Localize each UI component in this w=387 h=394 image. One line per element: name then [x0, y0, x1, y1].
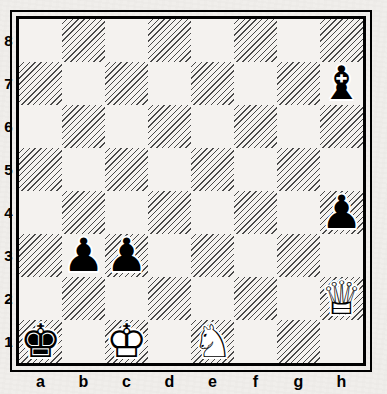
black-bishop: ♝♝ [320, 62, 363, 105]
square-a3[interactable] [19, 234, 62, 277]
black-pawn: ♟♟ [62, 234, 105, 277]
square-d6[interactable] [148, 105, 191, 148]
square-b7[interactable] [62, 62, 105, 105]
square-a6[interactable] [19, 105, 62, 148]
square-f8[interactable] [234, 19, 277, 62]
square-e5[interactable] [191, 148, 234, 191]
square-b5[interactable] [62, 148, 105, 191]
square-d2[interactable] [148, 277, 191, 320]
square-e8[interactable] [191, 19, 234, 62]
square-g1[interactable] [277, 320, 320, 363]
black-pawn: ♟♟ [105, 234, 148, 277]
square-g8[interactable] [277, 19, 320, 62]
square-f3[interactable] [234, 234, 277, 277]
file-label-b: b [62, 371, 105, 393]
square-d7[interactable] [148, 62, 191, 105]
file-label-a: a [19, 371, 62, 393]
square-f4[interactable] [234, 191, 277, 234]
square-f1[interactable] [234, 320, 277, 363]
board-grid: ♝♝♟♟♟♟♟♟♛♕♚♚♚♔♞♘ [19, 19, 363, 363]
square-a4[interactable] [19, 191, 62, 234]
square-h1[interactable] [320, 320, 363, 363]
square-c7[interactable] [105, 62, 148, 105]
chess-board: ♝♝♟♟♟♟♟♟♛♕♚♚♚♔♞♘ [10, 10, 372, 372]
square-g2[interactable] [277, 277, 320, 320]
square-b2[interactable] [62, 277, 105, 320]
white-king: ♚♔ [105, 320, 148, 363]
square-d4[interactable] [148, 191, 191, 234]
square-a5[interactable] [19, 148, 62, 191]
square-h4[interactable]: ♟♟ [320, 191, 363, 234]
file-label-g: g [277, 371, 320, 393]
square-d1[interactable] [148, 320, 191, 363]
square-e6[interactable] [191, 105, 234, 148]
square-b1[interactable] [62, 320, 105, 363]
white-knight: ♞♘ [191, 320, 234, 363]
square-b3[interactable]: ♟♟ [62, 234, 105, 277]
chess-diagram-page: { "game": "chess", "position": { "fen": … [0, 0, 387, 394]
square-e4[interactable] [191, 191, 234, 234]
square-e7[interactable] [191, 62, 234, 105]
square-g6[interactable] [277, 105, 320, 148]
square-h7[interactable]: ♝♝ [320, 62, 363, 105]
square-d3[interactable] [148, 234, 191, 277]
square-b6[interactable] [62, 105, 105, 148]
square-d5[interactable] [148, 148, 191, 191]
file-label-f: f [234, 371, 277, 393]
square-b8[interactable] [62, 19, 105, 62]
square-g3[interactable] [277, 234, 320, 277]
square-c6[interactable] [105, 105, 148, 148]
square-g4[interactable] [277, 191, 320, 234]
black-king: ♚♚ [19, 320, 62, 363]
file-label-c: c [105, 371, 148, 393]
square-c8[interactable] [105, 19, 148, 62]
square-e1[interactable]: ♞♘ [191, 320, 234, 363]
square-a8[interactable] [19, 19, 62, 62]
square-a1[interactable]: ♚♚ [19, 320, 62, 363]
black-pawn: ♟♟ [320, 191, 363, 234]
white-queen: ♛♕ [320, 277, 363, 320]
square-f6[interactable] [234, 105, 277, 148]
square-g5[interactable] [277, 148, 320, 191]
square-c5[interactable] [105, 148, 148, 191]
board-inner-border: ♝♝♟♟♟♟♟♟♛♕♚♚♚♔♞♘ [16, 16, 366, 366]
file-labels: abcdefgh [19, 371, 363, 393]
square-a7[interactable] [19, 62, 62, 105]
square-f7[interactable] [234, 62, 277, 105]
square-g7[interactable] [277, 62, 320, 105]
square-c3[interactable]: ♟♟ [105, 234, 148, 277]
square-h6[interactable] [320, 105, 363, 148]
square-f5[interactable] [234, 148, 277, 191]
file-label-e: e [191, 371, 234, 393]
square-c1[interactable]: ♚♔ [105, 320, 148, 363]
file-label-d: d [148, 371, 191, 393]
file-label-h: h [320, 371, 363, 393]
square-h2[interactable]: ♛♕ [320, 277, 363, 320]
square-e3[interactable] [191, 234, 234, 277]
square-d8[interactable] [148, 19, 191, 62]
square-f2[interactable] [234, 277, 277, 320]
